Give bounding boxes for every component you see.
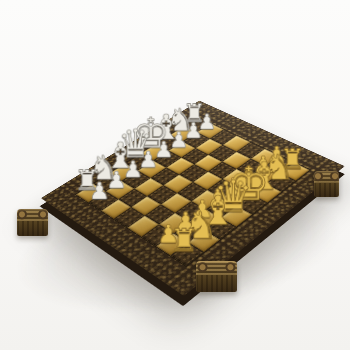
board-foot-near xyxy=(196,261,237,292)
chess-piece-black-rook[interactable]: ♜ xyxy=(170,225,198,257)
board-squares: ♜♟♟♜♞♟♟♞♝♟♟♝♚♟♟♚♛♟♟♛♝♟♟♝♞♟♟♞♜♟♟♜ xyxy=(75,117,311,267)
scene-perspective: ♜♟♟♜♞♟♟♞♝♟♟♝♚♟♟♚♛♟♟♛♝♟♟♝♞♟♟♞♜♟♟♜ xyxy=(0,0,350,350)
chess-set-photo: ♜♟♟♜♞♟♟♞♝♟♟♝♚♟♟♚♛♟♟♛♝♟♟♝♞♟♟♞♜♟♟♜ xyxy=(0,0,350,350)
scene-tilt: ♜♟♟♜♞♟♟♞♝♟♟♝♚♟♟♚♛♟♟♛♝♟♟♝♞♟♟♞♜♟♟♜ xyxy=(0,0,350,350)
chess-board: ♜♟♟♜♞♟♟♞♝♟♟♝♚♟♟♚♛♟♟♛♝♟♟♝♞♟♟♞♜♟♟♜ xyxy=(41,101,345,296)
chess-piece-white-pawn[interactable]: ♟ xyxy=(89,180,110,203)
board-foot-left xyxy=(17,209,48,236)
board-foot-right xyxy=(314,171,339,197)
